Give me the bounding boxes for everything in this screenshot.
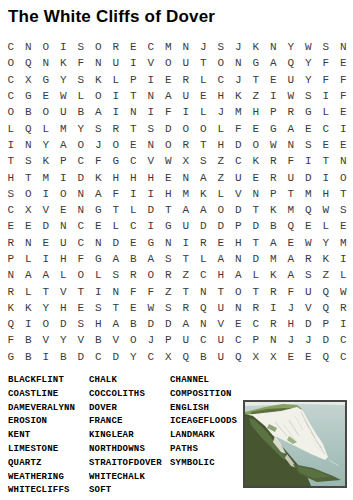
grid-cell-r16c14[interactable]: O (230, 283, 248, 299)
grid-cell-r5c3[interactable]: O (37, 104, 55, 120)
grid-cell-r2c5[interactable]: F (72, 55, 90, 71)
grid-cell-r6c15[interactable]: E (247, 120, 265, 136)
grid-cell-r15c5[interactable]: O (72, 267, 90, 283)
grid-cell-r4c19[interactable]: I (317, 88, 335, 104)
grid-cell-r13c5[interactable]: C (72, 235, 90, 251)
grid-cell-r7c6[interactable]: J (90, 137, 108, 153)
grid-cell-r18c16[interactable]: R (265, 316, 283, 332)
grid-cell-r3c5[interactable]: S (72, 72, 90, 88)
grid-cell-r14c19[interactable]: K (317, 251, 335, 267)
grid-cell-r11c17[interactable]: M (282, 202, 300, 218)
grid-cell-r1c2[interactable]: N (20, 39, 38, 55)
grid-cell-r20c1[interactable]: G (2, 349, 20, 365)
grid-cell-r18c1[interactable]: Q (2, 316, 20, 332)
grid-cell-r13c4[interactable]: U (55, 235, 73, 251)
grid-cell-r2c20[interactable]: E (335, 55, 353, 71)
grid-cell-r9c18[interactable]: D (300, 169, 318, 185)
grid-cell-r7c20[interactable]: E (335, 137, 353, 153)
grid-cell-r18c7[interactable]: A (107, 316, 125, 332)
grid-cell-r11c9[interactable]: D (142, 202, 160, 218)
grid-cell-r8c13[interactable]: Z (212, 153, 230, 169)
grid-cell-r5c8[interactable]: N (125, 104, 143, 120)
grid-cell-r9c2[interactable]: T (20, 169, 38, 185)
grid-cell-r2c17[interactable]: Q (282, 55, 300, 71)
grid-cell-r4c17[interactable]: W (282, 88, 300, 104)
grid-cell-r17c8[interactable]: E (125, 300, 143, 316)
grid-cell-r15c12[interactable]: C (195, 267, 213, 283)
grid-cell-r17c19[interactable]: Q (317, 300, 335, 316)
grid-cell-r17c6[interactable]: S (90, 300, 108, 316)
grid-cell-r10c18[interactable]: M (300, 186, 318, 202)
grid-cell-r4c1[interactable]: C (2, 88, 20, 104)
grid-cell-r7c15[interactable]: O (247, 137, 265, 153)
grid-cell-r10c16[interactable]: P (265, 186, 283, 202)
grid-cell-r18c9[interactable]: D (142, 316, 160, 332)
grid-cell-r9c20[interactable]: O (335, 169, 353, 185)
grid-cell-r13c17[interactable]: E (282, 235, 300, 251)
grid-cell-r19c7[interactable]: V (107, 332, 125, 348)
grid-cell-r15c15[interactable]: L (247, 267, 265, 283)
grid-cell-r16c9[interactable]: F (142, 283, 160, 299)
grid-cell-r7c2[interactable]: N (20, 137, 38, 153)
grid-cell-r20c5[interactable]: D (72, 349, 90, 365)
grid-cell-r10c1[interactable]: S (2, 186, 20, 202)
grid-cell-r9c14[interactable]: U (230, 169, 248, 185)
grid-cell-r5c18[interactable]: G (300, 104, 318, 120)
grid-cell-r20c8[interactable]: Y (125, 349, 143, 365)
grid-cell-r6c3[interactable]: L (37, 120, 55, 136)
grid-cell-r3c7[interactable]: L (107, 72, 125, 88)
grid-cell-r8c1[interactable]: T (2, 153, 20, 169)
grid-cell-r2c15[interactable]: G (247, 55, 265, 71)
grid-cell-r10c3[interactable]: I (37, 186, 55, 202)
grid-cell-r7c19[interactable]: E (317, 137, 335, 153)
grid-cell-r5c1[interactable]: O (2, 104, 20, 120)
grid-cell-r10c7[interactable]: F (107, 186, 125, 202)
grid-cell-r11c13[interactable]: O (212, 202, 230, 218)
grid-cell-r18c4[interactable]: D (55, 316, 73, 332)
grid-cell-r10c14[interactable]: V (230, 186, 248, 202)
grid-cell-r20c10[interactable]: X (160, 349, 178, 365)
grid-cell-r13c12[interactable]: R (195, 235, 213, 251)
grid-cell-r3c3[interactable]: G (37, 72, 55, 88)
grid-cell-r3c19[interactable]: F (317, 72, 335, 88)
grid-cell-r4c12[interactable]: E (195, 88, 213, 104)
grid-cell-r4c4[interactable]: W (55, 88, 73, 104)
grid-cell-r3c12[interactable]: L (195, 72, 213, 88)
grid-cell-r16c5[interactable]: T (72, 283, 90, 299)
grid-cell-r2c2[interactable]: Q (20, 55, 38, 71)
grid-cell-r12c5[interactable]: C (72, 218, 90, 234)
grid-cell-r3c6[interactable]: K (90, 72, 108, 88)
grid-cell-r6c5[interactable]: Y (72, 120, 90, 136)
grid-cell-r18c20[interactable]: I (335, 316, 353, 332)
grid-cell-r20c12[interactable]: B (195, 349, 213, 365)
grid-cell-r12c4[interactable]: N (55, 218, 73, 234)
grid-cell-r6c4[interactable]: M (55, 120, 73, 136)
grid-cell-r19c18[interactable]: J (300, 332, 318, 348)
grid-cell-r19c3[interactable]: V (37, 332, 55, 348)
grid-cell-r15c17[interactable]: A (282, 267, 300, 283)
grid-cell-r18c10[interactable]: D (160, 316, 178, 332)
grid-cell-r18c3[interactable]: O (37, 316, 55, 332)
grid-cell-r16c2[interactable]: L (20, 283, 38, 299)
grid-cell-r4c8[interactable]: T (125, 88, 143, 104)
grid-cell-r15c18[interactable]: S (300, 267, 318, 283)
grid-cell-r12c20[interactable]: E (335, 218, 353, 234)
grid-cell-r10c10[interactable]: H (160, 186, 178, 202)
grid-cell-r19c8[interactable]: O (125, 332, 143, 348)
grid-cell-r19c2[interactable]: B (20, 332, 38, 348)
grid-cell-r16c12[interactable]: N (195, 283, 213, 299)
grid-cell-r6c2[interactable]: Q (20, 120, 38, 136)
grid-cell-r13c15[interactable]: T (247, 235, 265, 251)
grid-cell-r8c11[interactable]: X (177, 153, 195, 169)
grid-cell-r6c8[interactable]: T (125, 120, 143, 136)
grid-cell-r14c3[interactable]: I (37, 251, 55, 267)
grid-cell-r2c14[interactable]: N (230, 55, 248, 71)
grid-cell-r13c7[interactable]: D (107, 235, 125, 251)
grid-cell-r7c13[interactable]: H (212, 137, 230, 153)
grid-cell-r9c7[interactable]: H (107, 169, 125, 185)
grid-cell-r8c2[interactable]: S (20, 153, 38, 169)
grid-cell-r13c10[interactable]: N (160, 235, 178, 251)
grid-cell-r12c2[interactable]: E (20, 218, 38, 234)
grid-cell-r8c16[interactable]: R (265, 153, 283, 169)
grid-cell-r7c11[interactable]: R (177, 137, 195, 153)
grid-cell-r1c20[interactable]: N (335, 39, 353, 55)
grid-cell-r11c11[interactable]: A (177, 202, 195, 218)
grid-cell-r11c6[interactable]: G (90, 202, 108, 218)
grid-cell-r14c1[interactable]: P (2, 251, 20, 267)
grid-cell-r2c12[interactable]: T (195, 55, 213, 71)
grid-cell-r17c10[interactable]: S (160, 300, 178, 316)
grid-cell-r4c11[interactable]: U (177, 88, 195, 104)
grid-cell-r9c5[interactable]: D (72, 169, 90, 185)
grid-cell-r20c18[interactable]: E (300, 349, 318, 365)
grid-cell-r7c7[interactable]: O (107, 137, 125, 153)
grid-cell-r2c16[interactable]: A (265, 55, 283, 71)
grid-cell-r18c6[interactable]: H (90, 316, 108, 332)
grid-cell-r5c20[interactable]: E (335, 104, 353, 120)
grid-cell-r5c19[interactable]: L (317, 104, 335, 120)
grid-cell-r13c11[interactable]: I (177, 235, 195, 251)
grid-cell-r8c3[interactable]: K (37, 153, 55, 169)
grid-cell-r19c20[interactable]: C (335, 332, 353, 348)
grid-cell-r14c9[interactable]: A (142, 251, 160, 267)
grid-cell-r8c9[interactable]: V (142, 153, 160, 169)
grid-cell-r4c9[interactable]: N (142, 88, 160, 104)
grid-cell-r13c16[interactable]: A (265, 235, 283, 251)
grid-cell-r15c20[interactable]: L (335, 267, 353, 283)
grid-cell-r12c6[interactable]: E (90, 218, 108, 234)
grid-cell-r14c6[interactable]: G (90, 251, 108, 267)
grid-cell-r8c5[interactable]: C (72, 153, 90, 169)
grid-cell-r2c19[interactable]: F (317, 55, 335, 71)
grid-cell-r17c18[interactable]: V (300, 300, 318, 316)
grid-cell-r15c6[interactable]: L (90, 267, 108, 283)
grid-cell-r4c15[interactable]: Z (247, 88, 265, 104)
grid-cell-r4c3[interactable]: E (37, 88, 55, 104)
grid-cell-r15c9[interactable]: O (142, 267, 160, 283)
grid-cell-r4c10[interactable]: A (160, 88, 178, 104)
grid-cell-r1c12[interactable]: J (195, 39, 213, 55)
grid-cell-r19c9[interactable]: J (142, 332, 160, 348)
grid-cell-r20c7[interactable]: D (107, 349, 125, 365)
grid-cell-r2c4[interactable]: K (55, 55, 73, 71)
grid-cell-r1c10[interactable]: M (160, 39, 178, 55)
grid-cell-r20c20[interactable]: C (335, 349, 353, 365)
grid-cell-r20c15[interactable]: X (247, 349, 265, 365)
grid-cell-r5c7[interactable]: I (107, 104, 125, 120)
grid-cell-r12c8[interactable]: C (125, 218, 143, 234)
grid-cell-r5c10[interactable]: F (160, 104, 178, 120)
grid-cell-r8c18[interactable]: I (300, 153, 318, 169)
grid-cell-r19c10[interactable]: P (160, 332, 178, 348)
grid-cell-r10c19[interactable]: H (317, 186, 335, 202)
grid-cell-r8c4[interactable]: P (55, 153, 73, 169)
grid-cell-r9c12[interactable]: A (195, 169, 213, 185)
grid-cell-r5c6[interactable]: A (90, 104, 108, 120)
grid-cell-r11c20[interactable]: S (335, 202, 353, 218)
grid-cell-r20c17[interactable]: E (282, 349, 300, 365)
grid-cell-r11c16[interactable]: K (265, 202, 283, 218)
grid-cell-r20c3[interactable]: I (37, 349, 55, 365)
grid-cell-r19c6[interactable]: B (90, 332, 108, 348)
grid-cell-r11c1[interactable]: C (2, 202, 20, 218)
grid-cell-r18c15[interactable]: C (247, 316, 265, 332)
grid-cell-r6c9[interactable]: S (142, 120, 160, 136)
grid-cell-r13c18[interactable]: W (300, 235, 318, 251)
grid-cell-r14c18[interactable]: R (300, 251, 318, 267)
grid-cell-r17c3[interactable]: Y (37, 300, 55, 316)
grid-cell-r5c11[interactable]: I (177, 104, 195, 120)
grid-cell-r20c16[interactable]: X (265, 349, 283, 365)
grid-cell-r13c19[interactable]: Y (317, 235, 335, 251)
grid-cell-r10c13[interactable]: L (212, 186, 230, 202)
grid-cell-r15c1[interactable]: N (2, 267, 20, 283)
grid-cell-r15c11[interactable]: Z (177, 267, 195, 283)
grid-cell-r8c15[interactable]: K (247, 153, 265, 169)
grid-cell-r6c16[interactable]: G (265, 120, 283, 136)
grid-cell-r3c13[interactable]: C (212, 72, 230, 88)
grid-cell-r17c17[interactable]: J (282, 300, 300, 316)
grid-cell-r6c7[interactable]: R (107, 120, 125, 136)
grid-cell-r15c10[interactable]: R (160, 267, 178, 283)
grid-cell-r6c17[interactable]: A (282, 120, 300, 136)
grid-cell-r5c16[interactable]: P (265, 104, 283, 120)
grid-cell-r12c7[interactable]: L (107, 218, 125, 234)
grid-cell-r1c3[interactable]: O (37, 39, 55, 55)
grid-cell-r3c17[interactable]: U (282, 72, 300, 88)
grid-cell-r17c1[interactable]: K (2, 300, 20, 316)
grid-cell-r13c2[interactable]: N (20, 235, 38, 251)
grid-cell-r5c14[interactable]: M (230, 104, 248, 120)
grid-cell-r14c14[interactable]: N (230, 251, 248, 267)
grid-cell-r15c4[interactable]: L (55, 267, 73, 283)
grid-cell-r20c13[interactable]: U (212, 349, 230, 365)
grid-cell-r5c13[interactable]: J (212, 104, 230, 120)
grid-cell-r4c14[interactable]: K (230, 88, 248, 104)
grid-cell-r1c18[interactable]: W (300, 39, 318, 55)
grid-cell-r10c15[interactable]: N (247, 186, 265, 202)
grid-cell-r6c1[interactable]: L (2, 120, 20, 136)
grid-cell-r10c6[interactable]: A (90, 186, 108, 202)
grid-cell-r13c8[interactable]: E (125, 235, 143, 251)
grid-cell-r16c3[interactable]: T (37, 283, 55, 299)
grid-cell-r16c10[interactable]: Z (160, 283, 178, 299)
grid-cell-r12c15[interactable]: D (247, 218, 265, 234)
grid-cell-r6c14[interactable]: F (230, 120, 248, 136)
grid-cell-r16c6[interactable]: I (90, 283, 108, 299)
grid-cell-r7c17[interactable]: N (282, 137, 300, 153)
grid-cell-r14c2[interactable]: L (20, 251, 38, 267)
grid-cell-r2c13[interactable]: O (212, 55, 230, 71)
grid-cell-r20c2[interactable]: B (20, 349, 38, 365)
grid-cell-r7c10[interactable]: O (160, 137, 178, 153)
grid-cell-r8c8[interactable]: C (125, 153, 143, 169)
grid-cell-r19c11[interactable]: U (177, 332, 195, 348)
grid-cell-r9c4[interactable]: I (55, 169, 73, 185)
grid-cell-r17c14[interactable]: N (230, 300, 248, 316)
grid-cell-r3c1[interactable]: C (2, 72, 20, 88)
grid-cell-r12c10[interactable]: G (160, 218, 178, 234)
grid-cell-r9c6[interactable]: K (90, 169, 108, 185)
grid-cell-r12c3[interactable]: D (37, 218, 55, 234)
grid-cell-r1c1[interactable]: C (2, 39, 20, 55)
grid-cell-r20c4[interactable]: B (55, 349, 73, 365)
grid-cell-r2c7[interactable]: U (107, 55, 125, 71)
grid-cell-r10c4[interactable]: O (55, 186, 73, 202)
grid-cell-r17c20[interactable]: R (335, 300, 353, 316)
grid-cell-r18c13[interactable]: V (212, 316, 230, 332)
grid-cell-r9c3[interactable]: M (37, 169, 55, 185)
grid-cell-r12c13[interactable]: D (212, 218, 230, 234)
grid-cell-r7c12[interactable]: T (195, 137, 213, 153)
grid-cell-r10c17[interactable]: T (282, 186, 300, 202)
grid-cell-r14c15[interactable]: D (247, 251, 265, 267)
grid-cell-r18c14[interactable]: E (230, 316, 248, 332)
grid-cell-r20c6[interactable]: C (90, 349, 108, 365)
grid-cell-r11c14[interactable]: D (230, 202, 248, 218)
grid-cell-r16c16[interactable]: R (265, 283, 283, 299)
grid-cell-r12c19[interactable]: L (317, 218, 335, 234)
grid-cell-r6c19[interactable]: C (317, 120, 335, 136)
grid-cell-r16c13[interactable]: T (212, 283, 230, 299)
grid-cell-r18c18[interactable]: D (300, 316, 318, 332)
grid-cell-r14c12[interactable]: L (195, 251, 213, 267)
grid-cell-r7c9[interactable]: N (142, 137, 160, 153)
grid-cell-r17c4[interactable]: H (55, 300, 73, 316)
grid-cell-r7c8[interactable]: E (125, 137, 143, 153)
grid-cell-r16c7[interactable]: N (107, 283, 125, 299)
grid-cell-r17c11[interactable]: R (177, 300, 195, 316)
grid-cell-r19c16[interactable]: N (265, 332, 283, 348)
grid-cell-r11c4[interactable]: E (55, 202, 73, 218)
grid-cell-r15c14[interactable]: A (230, 267, 248, 283)
grid-cell-r4c16[interactable]: I (265, 88, 283, 104)
grid-cell-r3c10[interactable]: E (160, 72, 178, 88)
grid-cell-r17c9[interactable]: W (142, 300, 160, 316)
grid-cell-r17c7[interactable]: T (107, 300, 125, 316)
grid-cell-r1c5[interactable]: S (72, 39, 90, 55)
grid-cell-r12c9[interactable]: I (142, 218, 160, 234)
grid-cell-r12c1[interactable]: E (2, 218, 20, 234)
grid-cell-r14c10[interactable]: S (160, 251, 178, 267)
grid-cell-r15c19[interactable]: Z (317, 267, 335, 283)
grid-cell-r3c8[interactable]: P (125, 72, 143, 88)
grid-cell-r14c16[interactable]: M (265, 251, 283, 267)
grid-cell-r1c17[interactable]: Y (282, 39, 300, 55)
grid-cell-r18c11[interactable]: A (177, 316, 195, 332)
grid-cell-r8c7[interactable]: G (107, 153, 125, 169)
grid-cell-r1c16[interactable]: N (265, 39, 283, 55)
grid-cell-r17c2[interactable]: K (20, 300, 38, 316)
grid-cell-r14c11[interactable]: T (177, 251, 195, 267)
grid-cell-r8c19[interactable]: T (317, 153, 335, 169)
grid-cell-r18c5[interactable]: S (72, 316, 90, 332)
grid-cell-r19c4[interactable]: Y (55, 332, 73, 348)
grid-cell-r16c1[interactable]: R (2, 283, 20, 299)
grid-cell-r19c15[interactable]: P (247, 332, 265, 348)
grid-cell-r17c5[interactable]: E (72, 300, 90, 316)
grid-cell-r4c13[interactable]: H (212, 88, 230, 104)
grid-cell-r11c19[interactable]: W (317, 202, 335, 218)
grid-cell-r7c4[interactable]: A (55, 137, 73, 153)
grid-cell-r1c14[interactable]: J (230, 39, 248, 55)
grid-cell-r13c14[interactable]: H (230, 235, 248, 251)
grid-cell-r2c6[interactable]: N (90, 55, 108, 71)
grid-cell-r7c3[interactable]: Y (37, 137, 55, 153)
grid-cell-r10c9[interactable]: I (142, 186, 160, 202)
grid-cell-r6c13[interactable]: L (212, 120, 230, 136)
grid-cell-r11c12[interactable]: A (195, 202, 213, 218)
grid-cell-r18c12[interactable]: N (195, 316, 213, 332)
grid-cell-r11c18[interactable]: Q (300, 202, 318, 218)
grid-cell-r11c8[interactable]: L (125, 202, 143, 218)
grid-cell-r6c6[interactable]: S (90, 120, 108, 136)
grid-cell-r5c5[interactable]: B (72, 104, 90, 120)
grid-cell-r1c19[interactable]: S (317, 39, 335, 55)
grid-cell-r9c17[interactable]: U (282, 169, 300, 185)
grid-cell-r1c7[interactable]: R (107, 39, 125, 55)
grid-cell-r12c14[interactable]: P (230, 218, 248, 234)
grid-cell-r9c13[interactable]: Z (212, 169, 230, 185)
grid-cell-r1c13[interactable]: S (212, 39, 230, 55)
grid-cell-r7c14[interactable]: D (230, 137, 248, 153)
grid-cell-r3c18[interactable]: Y (300, 72, 318, 88)
grid-cell-r2c8[interactable]: I (125, 55, 143, 71)
grid-cell-r9c16[interactable]: R (265, 169, 283, 185)
grid-cell-r6c10[interactable]: D (160, 120, 178, 136)
grid-cell-r9c19[interactable]: I (317, 169, 335, 185)
grid-cell-r8c14[interactable]: C (230, 153, 248, 169)
grid-cell-r14c8[interactable]: B (125, 251, 143, 267)
grid-cell-r19c19[interactable]: D (317, 332, 335, 348)
grid-cell-r16c19[interactable]: Q (317, 283, 335, 299)
grid-cell-r7c16[interactable]: W (265, 137, 283, 153)
grid-cell-r18c2[interactable]: I (20, 316, 38, 332)
grid-cell-r19c13[interactable]: U (212, 332, 230, 348)
grid-cell-r8c20[interactable]: N (335, 153, 353, 169)
grid-cell-r8c6[interactable]: F (90, 153, 108, 169)
grid-cell-r8c17[interactable]: F (282, 153, 300, 169)
grid-cell-r9c1[interactable]: H (2, 169, 20, 185)
grid-cell-r9c10[interactable]: E (160, 169, 178, 185)
grid-cell-r3c14[interactable]: J (230, 72, 248, 88)
grid-cell-r13c20[interactable]: M (335, 235, 353, 251)
grid-cell-r15c16[interactable]: K (265, 267, 283, 283)
